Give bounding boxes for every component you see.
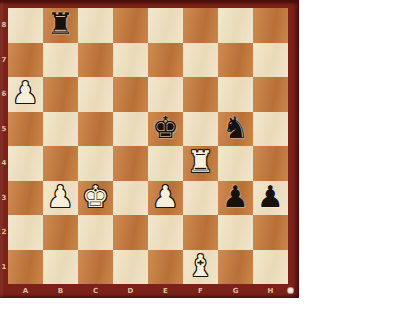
rank-labels: 87654321 xyxy=(0,8,8,284)
square-b8[interactable]: ♜ xyxy=(43,8,78,43)
file-label-a: A xyxy=(8,284,43,298)
square-a7[interactable] xyxy=(8,43,43,78)
file-label-g: G xyxy=(218,284,253,298)
rank-label-1: 1 xyxy=(0,250,8,285)
square-e3[interactable]: ♟ xyxy=(148,181,183,216)
file-label-b: B xyxy=(43,284,78,298)
square-h8[interactable] xyxy=(253,8,288,43)
square-a8[interactable] xyxy=(8,8,43,43)
square-h5[interactable] xyxy=(253,112,288,147)
square-g8[interactable] xyxy=(218,8,253,43)
square-c3[interactable]: ♚ xyxy=(78,181,113,216)
piece-black-knight[interactable]: ♞ xyxy=(222,113,249,143)
square-b1[interactable] xyxy=(43,250,78,285)
square-g7[interactable] xyxy=(218,43,253,78)
square-f3[interactable] xyxy=(183,181,218,216)
piece-white-pawn[interactable]: ♟ xyxy=(152,182,179,212)
square-h3[interactable]: ♟ xyxy=(253,181,288,216)
square-e8[interactable] xyxy=(148,8,183,43)
square-f6[interactable] xyxy=(183,77,218,112)
square-b7[interactable] xyxy=(43,43,78,78)
file-label-e: E xyxy=(148,284,183,298)
square-a2[interactable] xyxy=(8,215,43,250)
square-e5[interactable]: ♚ xyxy=(148,112,183,147)
square-c5[interactable] xyxy=(78,112,113,147)
piece-white-pawn[interactable]: ♟ xyxy=(12,78,39,108)
square-c7[interactable] xyxy=(78,43,113,78)
square-c2[interactable] xyxy=(78,215,113,250)
square-b3[interactable]: ♟ xyxy=(43,181,78,216)
square-f8[interactable] xyxy=(183,8,218,43)
square-d5[interactable] xyxy=(113,112,148,147)
piece-black-pawn[interactable]: ♟ xyxy=(257,182,284,212)
rank-label-8: 8 xyxy=(0,8,8,43)
square-f7[interactable] xyxy=(183,43,218,78)
rank-label-4: 4 xyxy=(0,146,8,181)
square-h2[interactable] xyxy=(253,215,288,250)
piece-white-bishop[interactable]: ♝ xyxy=(187,251,214,281)
square-b6[interactable] xyxy=(43,77,78,112)
square-h6[interactable] xyxy=(253,77,288,112)
rank-label-6: 6 xyxy=(0,77,8,112)
file-label-d: D xyxy=(113,284,148,298)
white-to-move-indicator xyxy=(287,287,294,294)
square-f2[interactable] xyxy=(183,215,218,250)
file-label-h: H xyxy=(253,284,288,298)
square-d3[interactable] xyxy=(113,181,148,216)
board-squares: ♜♟♚♞♜♟♚♟♟♟♝ xyxy=(8,8,288,284)
square-e6[interactable] xyxy=(148,77,183,112)
rank-label-7: 7 xyxy=(0,43,8,78)
square-b5[interactable] xyxy=(43,112,78,147)
square-g2[interactable] xyxy=(218,215,253,250)
square-f1[interactable]: ♝ xyxy=(183,250,218,285)
square-g3[interactable]: ♟ xyxy=(218,181,253,216)
square-f4[interactable]: ♜ xyxy=(183,146,218,181)
piece-white-king[interactable]: ♚ xyxy=(82,182,109,212)
square-d7[interactable] xyxy=(113,43,148,78)
square-e4[interactable] xyxy=(148,146,183,181)
piece-white-rook[interactable]: ♜ xyxy=(187,147,214,177)
square-a6[interactable]: ♟ xyxy=(8,77,43,112)
square-d6[interactable] xyxy=(113,77,148,112)
rank-label-2: 2 xyxy=(0,215,8,250)
piece-black-pawn[interactable]: ♟ xyxy=(222,182,249,212)
square-a5[interactable] xyxy=(8,112,43,147)
square-g5[interactable]: ♞ xyxy=(218,112,253,147)
square-b4[interactable] xyxy=(43,146,78,181)
page-background: 87654321 ABCDEFGH ♜♟♚♞♜♟♚♟♟♟♝ xyxy=(0,0,414,311)
square-d8[interactable] xyxy=(113,8,148,43)
square-c6[interactable] xyxy=(78,77,113,112)
square-e1[interactable] xyxy=(148,250,183,285)
square-e7[interactable] xyxy=(148,43,183,78)
square-d2[interactable] xyxy=(113,215,148,250)
square-h1[interactable] xyxy=(253,250,288,285)
square-g4[interactable] xyxy=(218,146,253,181)
square-h7[interactable] xyxy=(253,43,288,78)
square-g1[interactable] xyxy=(218,250,253,285)
square-g6[interactable] xyxy=(218,77,253,112)
rank-label-3: 3 xyxy=(0,181,8,216)
square-a1[interactable] xyxy=(8,250,43,285)
piece-black-rook[interactable]: ♜ xyxy=(47,9,74,39)
piece-black-king[interactable]: ♚ xyxy=(152,113,179,143)
rank-label-5: 5 xyxy=(0,112,8,147)
chess-board: 87654321 ABCDEFGH ♜♟♚♞♜♟♚♟♟♟♝ xyxy=(0,0,299,298)
piece-white-pawn[interactable]: ♟ xyxy=(47,182,74,212)
file-label-f: F xyxy=(183,284,218,298)
square-c4[interactable] xyxy=(78,146,113,181)
square-h4[interactable] xyxy=(253,146,288,181)
square-d1[interactable] xyxy=(113,250,148,285)
square-f5[interactable] xyxy=(183,112,218,147)
square-d4[interactable] xyxy=(113,146,148,181)
square-b2[interactable] xyxy=(43,215,78,250)
square-c1[interactable] xyxy=(78,250,113,285)
file-label-c: C xyxy=(78,284,113,298)
square-c8[interactable] xyxy=(78,8,113,43)
file-labels: ABCDEFGH xyxy=(8,284,288,298)
square-a3[interactable] xyxy=(8,181,43,216)
square-a4[interactable] xyxy=(8,146,43,181)
square-e2[interactable] xyxy=(148,215,183,250)
